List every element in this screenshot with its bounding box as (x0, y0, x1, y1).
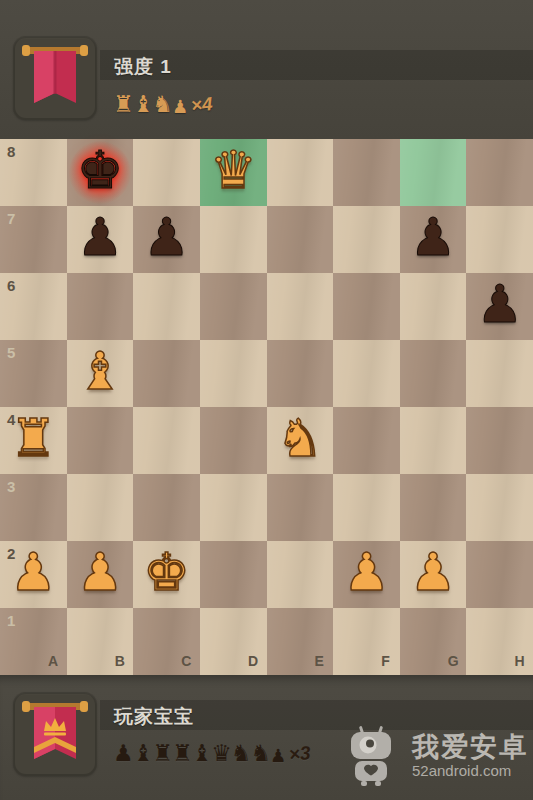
captured-pawn-icon: ♟ (113, 742, 134, 765)
player-captured-pieces: ♟♝♜♜♝♛♞♞♟×3 (113, 737, 311, 765)
white-pawn-g2: ♟ (400, 541, 467, 608)
square-h8[interactable] (466, 139, 533, 206)
rank-label-1: 1 (7, 613, 15, 628)
file-label-g: G (448, 654, 459, 668)
square-g6[interactable] (400, 273, 467, 340)
rank-label-2: 2 (7, 546, 15, 561)
square-f4[interactable] (333, 407, 400, 474)
rank-label-4: 4 (7, 412, 15, 427)
square-b8[interactable]: ♚ (67, 139, 134, 206)
square-h2[interactable] (466, 541, 533, 608)
square-f7[interactable] (333, 206, 400, 273)
file-label-d: D (248, 654, 258, 668)
white-pawn-f2: ♟ (333, 541, 400, 608)
white-queen-d8: ♛ (200, 139, 267, 206)
rank-label-8: 8 (7, 144, 15, 159)
opponent-captured-pieces: ♜♝♞♟×4 (113, 88, 213, 116)
rank-label-5: 5 (7, 345, 15, 360)
square-h5[interactable] (466, 340, 533, 407)
captured-bishop-icon: ♝ (192, 742, 213, 765)
captured-knight-icon: ♞ (250, 742, 271, 765)
white-pawn-b2: ♟ (67, 541, 134, 608)
captured-rook-icon: ♜ (113, 93, 134, 116)
file-label-h: H (514, 654, 524, 668)
square-h6[interactable]: ♟ (466, 273, 533, 340)
square-e4[interactable]: ♞ (267, 407, 334, 474)
captured-bishop-icon: ♝ (133, 742, 154, 765)
rank-label-7: 7 (7, 211, 15, 226)
square-f2[interactable]: ♟ (333, 541, 400, 608)
white-bishop-b5: ♝ (67, 340, 134, 407)
file-label-e: E (315, 654, 324, 668)
square-g5[interactable] (400, 340, 467, 407)
file-label-a: A (48, 654, 58, 668)
square-d6[interactable] (200, 273, 267, 340)
black-pawn-g7: ♟ (400, 206, 467, 273)
black-pawn-b7: ♟ (67, 206, 134, 273)
square-e2[interactable] (267, 541, 334, 608)
square-b5[interactable]: ♝ (67, 340, 134, 407)
square-d8[interactable]: ♛ (200, 139, 267, 206)
player-badge-tile (13, 692, 97, 776)
captured-multiplier: ×3 (288, 742, 312, 766)
rank-label-3: 3 (7, 479, 15, 494)
square-e3[interactable] (267, 474, 334, 541)
watermark: 我爱安卓 52android.com (346, 725, 528, 787)
captured-pawn-icon: ♟ (172, 98, 188, 116)
black-pawn-h6: ♟ (466, 273, 533, 340)
chess-board: ♚♛♟♟♟♟♝♜♞♟♟♚♟♟87654321ABCDEFGH (0, 139, 533, 675)
square-f8[interactable] (333, 139, 400, 206)
square-g7[interactable]: ♟ (400, 206, 467, 273)
square-g2[interactable]: ♟ (400, 541, 467, 608)
square-g3[interactable] (400, 474, 467, 541)
chess-app-screen: 强度 1 ♜♝♞♟×4 ♚♛♟♟♟♟♝♜♞♟♟♚♟♟87654321ABCDEF… (0, 0, 533, 800)
square-c3[interactable] (133, 474, 200, 541)
square-b4[interactable] (67, 407, 134, 474)
file-label-b: B (115, 654, 125, 668)
captured-knight-icon: ♞ (231, 742, 252, 765)
square-g8[interactable] (400, 139, 467, 206)
square-d2[interactable] (200, 541, 267, 608)
square-e7[interactable] (267, 206, 334, 273)
square-f5[interactable] (333, 340, 400, 407)
captured-rook-icon: ♜ (152, 742, 173, 765)
square-b6[interactable] (67, 273, 134, 340)
square-c6[interactable] (133, 273, 200, 340)
android-robot-mascot-icon (346, 725, 404, 787)
square-h7[interactable] (466, 206, 533, 273)
file-label-c: C (181, 654, 191, 668)
captured-bishop-icon: ♝ (133, 93, 154, 116)
square-c8[interactable] (133, 139, 200, 206)
captured-pawn-icon: ♟ (270, 747, 286, 765)
square-e5[interactable] (267, 340, 334, 407)
square-b3[interactable] (67, 474, 134, 541)
player-bar: 玩家宝宝 ♟♝♜♜♝♛♞♞♟×3 我爱安卓 52android.com (0, 675, 533, 800)
square-c5[interactable] (133, 340, 200, 407)
rank-label-6: 6 (7, 278, 15, 293)
player-name: 玩家宝宝 (114, 704, 194, 730)
white-knight-e4: ♞ (267, 407, 334, 474)
square-h4[interactable] (466, 407, 533, 474)
square-c2[interactable]: ♚ (133, 541, 200, 608)
square-h3[interactable] (466, 474, 533, 541)
opponent-name: 强度 1 (114, 54, 172, 80)
square-g4[interactable] (400, 407, 467, 474)
white-king-c2: ♚ (133, 541, 200, 608)
captured-knight-icon: ♞ (152, 93, 173, 116)
square-b2[interactable]: ♟ (67, 541, 134, 608)
square-e8[interactable] (267, 139, 334, 206)
black-pawn-c7: ♟ (133, 206, 200, 273)
file-label-f: F (381, 654, 390, 668)
black-king-b8: ♚ (67, 139, 134, 206)
opponent-badge-tile (13, 36, 97, 120)
square-c4[interactable] (133, 407, 200, 474)
red-banner-crown-icon (19, 695, 91, 773)
square-c7[interactable]: ♟ (133, 206, 200, 273)
watermark-subtitle: 52android.com (412, 763, 528, 779)
watermark-texts: 我爱安卓 52android.com (412, 733, 528, 779)
red-banner-icon (19, 39, 91, 117)
captured-queen-icon: ♛ (211, 742, 232, 765)
square-d5[interactable] (200, 340, 267, 407)
opponent-bar: 强度 1 ♜♝♞♟×4 (0, 0, 533, 139)
square-d4[interactable] (200, 407, 267, 474)
square-e6[interactable] (267, 273, 334, 340)
square-d3[interactable] (200, 474, 267, 541)
watermark-title: 我爱安卓 (412, 733, 528, 761)
square-b7[interactable]: ♟ (67, 206, 134, 273)
captured-rook-icon: ♜ (172, 742, 193, 765)
square-f6[interactable] (333, 273, 400, 340)
captured-multiplier: ×4 (190, 93, 214, 117)
square-d7[interactable] (200, 206, 267, 273)
square-f3[interactable] (333, 474, 400, 541)
